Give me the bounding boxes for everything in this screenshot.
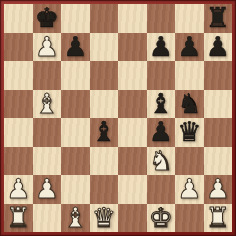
square-c8[interactable] (61, 4, 90, 33)
square-h4[interactable] (204, 118, 233, 147)
piece-white-bishop-c1[interactable]: ♝ (63, 204, 87, 233)
piece-white-knight-f3[interactable]: ♞ (149, 147, 173, 176)
square-g8[interactable] (175, 4, 204, 33)
piece-black-bishop-d4[interactable]: ♝ (92, 118, 116, 147)
square-a4[interactable] (4, 118, 33, 147)
square-b3[interactable] (33, 147, 62, 176)
square-f7[interactable]: ♟ (147, 33, 176, 62)
square-d1[interactable]: ♛ (90, 204, 119, 233)
square-e1[interactable] (118, 204, 147, 233)
piece-black-king-b8[interactable]: ♚ (35, 4, 59, 33)
square-f8[interactable] (147, 4, 176, 33)
piece-black-pawn-f4[interactable]: ♟ (149, 118, 173, 147)
square-g7[interactable]: ♟ (175, 33, 204, 62)
piece-white-pawn-g2[interactable]: ♟ (177, 175, 201, 204)
square-f6[interactable] (147, 61, 176, 90)
square-h6[interactable] (204, 61, 233, 90)
piece-black-pawn-g7[interactable]: ♟ (177, 33, 201, 62)
piece-black-pawn-h7[interactable]: ♟ (206, 33, 230, 62)
chess-board: ♚♜♟♟♟♟♟♝♝♞♝♟♛♞♟♟♟♟♜♝♛♚♜ (4, 4, 232, 232)
square-h2[interactable]: ♟ (204, 175, 233, 204)
square-e6[interactable] (118, 61, 147, 90)
square-b5[interactable]: ♝ (33, 90, 62, 119)
square-a1[interactable]: ♜ (4, 204, 33, 233)
square-b2[interactable]: ♟ (33, 175, 62, 204)
piece-white-bishop-b5[interactable]: ♝ (35, 90, 59, 119)
square-c6[interactable] (61, 61, 90, 90)
square-h8[interactable]: ♜ (204, 4, 233, 33)
square-c1[interactable]: ♝ (61, 204, 90, 233)
square-d2[interactable] (90, 175, 119, 204)
square-c2[interactable] (61, 175, 90, 204)
square-c3[interactable] (61, 147, 90, 176)
square-f1[interactable]: ♚ (147, 204, 176, 233)
square-a3[interactable] (4, 147, 33, 176)
square-e3[interactable] (118, 147, 147, 176)
square-b7[interactable]: ♟ (33, 33, 62, 62)
square-a8[interactable] (4, 4, 33, 33)
square-e4[interactable] (118, 118, 147, 147)
piece-white-pawn-a2[interactable]: ♟ (6, 175, 30, 204)
square-g6[interactable] (175, 61, 204, 90)
square-b6[interactable] (33, 61, 62, 90)
square-f3[interactable]: ♞ (147, 147, 176, 176)
piece-white-rook-a1[interactable]: ♜ (6, 204, 30, 233)
square-e5[interactable] (118, 90, 147, 119)
square-a5[interactable] (4, 90, 33, 119)
square-d7[interactable] (90, 33, 119, 62)
square-a7[interactable] (4, 33, 33, 62)
square-h5[interactable] (204, 90, 233, 119)
piece-white-pawn-h2[interactable]: ♟ (206, 175, 230, 204)
piece-black-queen-g4[interactable]: ♛ (177, 118, 201, 147)
square-e2[interactable] (118, 175, 147, 204)
square-f2[interactable] (147, 175, 176, 204)
piece-black-knight-g5[interactable]: ♞ (177, 90, 201, 119)
square-g3[interactable] (175, 147, 204, 176)
square-d5[interactable] (90, 90, 119, 119)
square-f4[interactable]: ♟ (147, 118, 176, 147)
square-c7[interactable]: ♟ (61, 33, 90, 62)
piece-white-rook-h1[interactable]: ♜ (206, 204, 230, 233)
piece-white-queen-d1[interactable]: ♛ (92, 204, 116, 233)
piece-black-pawn-c7[interactable]: ♟ (63, 33, 87, 62)
square-d4[interactable]: ♝ (90, 118, 119, 147)
square-a6[interactable] (4, 61, 33, 90)
piece-white-pawn-b2[interactable]: ♟ (35, 175, 59, 204)
piece-white-king-f1[interactable]: ♚ (149, 204, 173, 233)
square-g1[interactable] (175, 204, 204, 233)
square-h1[interactable]: ♜ (204, 204, 233, 233)
square-d6[interactable] (90, 61, 119, 90)
square-e7[interactable] (118, 33, 147, 62)
square-g2[interactable]: ♟ (175, 175, 204, 204)
square-d8[interactable] (90, 4, 119, 33)
square-a2[interactable]: ♟ (4, 175, 33, 204)
square-f5[interactable]: ♝ (147, 90, 176, 119)
square-c4[interactable] (61, 118, 90, 147)
square-b4[interactable] (33, 118, 62, 147)
piece-black-rook-h8[interactable]: ♜ (206, 4, 230, 33)
board-frame: ♚♜♟♟♟♟♟♝♝♞♝♟♛♞♟♟♟♟♜♝♛♚♜ (0, 0, 236, 236)
square-e8[interactable] (118, 4, 147, 33)
piece-black-bishop-f5[interactable]: ♝ (149, 90, 173, 119)
piece-black-pawn-f7[interactable]: ♟ (149, 33, 173, 62)
square-h7[interactable]: ♟ (204, 33, 233, 62)
square-c5[interactable] (61, 90, 90, 119)
square-b8[interactable]: ♚ (33, 4, 62, 33)
square-g5[interactable]: ♞ (175, 90, 204, 119)
square-b1[interactable] (33, 204, 62, 233)
square-d3[interactable] (90, 147, 119, 176)
square-h3[interactable] (204, 147, 233, 176)
square-g4[interactable]: ♛ (175, 118, 204, 147)
piece-white-pawn-b7[interactable]: ♟ (35, 33, 59, 62)
